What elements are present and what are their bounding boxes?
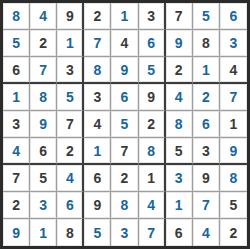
cell-r8c7[interactable]: 1 (166, 192, 193, 219)
cell-r2c2[interactable]: 2 (30, 30, 57, 57)
cell-r9c8[interactable]: 4 (193, 219, 220, 246)
cell-r2c3[interactable]: 1 (57, 30, 84, 57)
cell-r6c3[interactable]: 2 (57, 138, 84, 165)
cell-r3c8[interactable]: 1 (193, 57, 220, 84)
cell-r9c5[interactable]: 3 (111, 219, 138, 246)
cell-r4c1[interactable]: 1 (3, 84, 30, 111)
cell-r6c6[interactable]: 8 (139, 138, 166, 165)
cell-r7c2[interactable]: 5 (30, 165, 57, 192)
cell-r5c2[interactable]: 9 (30, 111, 57, 138)
cell-r3c2[interactable]: 7 (30, 57, 57, 84)
cell-r5c8[interactable]: 6 (193, 111, 220, 138)
cell-r5c6[interactable]: 2 (139, 111, 166, 138)
cell-r3c7[interactable]: 2 (166, 57, 193, 84)
cell-r4c5[interactable]: 6 (111, 84, 138, 111)
cell-r4c9[interactable]: 7 (220, 84, 247, 111)
cell-r6c2[interactable]: 6 (30, 138, 57, 165)
cell-r1c1[interactable]: 8 (3, 3, 30, 30)
cell-r8c3[interactable]: 6 (57, 192, 84, 219)
cell-r5c1[interactable]: 3 (3, 111, 30, 138)
cell-r7c7[interactable]: 3 (166, 165, 193, 192)
cell-r4c7[interactable]: 4 (166, 84, 193, 111)
cell-r5c4[interactable]: 4 (84, 111, 111, 138)
cell-r1c8[interactable]: 5 (193, 3, 220, 30)
cell-r1c2[interactable]: 4 (30, 3, 57, 30)
cell-r9c6[interactable]: 7 (139, 219, 166, 246)
cell-r7c1[interactable]: 7 (3, 165, 30, 192)
cell-r8c8[interactable]: 7 (193, 192, 220, 219)
cell-r6c1[interactable]: 4 (3, 138, 30, 165)
cell-r3c9[interactable]: 4 (220, 57, 247, 84)
cell-r9c7[interactable]: 6 (166, 219, 193, 246)
cell-r2c8[interactable]: 8 (193, 30, 220, 57)
cell-r8c6[interactable]: 4 (139, 192, 166, 219)
cell-r4c3[interactable]: 5 (57, 84, 84, 111)
cell-r1c7[interactable]: 7 (166, 3, 193, 30)
cell-r9c9[interactable]: 2 (220, 219, 247, 246)
cell-r8c1[interactable]: 2 (3, 192, 30, 219)
cell-r6c5[interactable]: 7 (111, 138, 138, 165)
sudoku-grid: 8492137565217469836738952141853694273974… (0, 0, 250, 249)
sudoku-page: 8492137565217469836738952141853694273974… (0, 0, 250, 249)
cell-r3c5[interactable]: 9 (111, 57, 138, 84)
cell-r6c9[interactable]: 9 (220, 138, 247, 165)
cell-r4c6[interactable]: 9 (139, 84, 166, 111)
cell-r3c1[interactable]: 6 (3, 57, 30, 84)
cell-r6c8[interactable]: 3 (193, 138, 220, 165)
cell-r3c3[interactable]: 3 (57, 57, 84, 84)
cell-r4c8[interactable]: 2 (193, 84, 220, 111)
cell-r8c5[interactable]: 8 (111, 192, 138, 219)
cell-r4c4[interactable]: 3 (84, 84, 111, 111)
cell-r6c4[interactable]: 1 (84, 138, 111, 165)
cell-r8c9[interactable]: 5 (220, 192, 247, 219)
cell-r7c9[interactable]: 8 (220, 165, 247, 192)
cell-r1c6[interactable]: 3 (139, 3, 166, 30)
cell-r2c7[interactable]: 9 (166, 30, 193, 57)
cell-r8c4[interactable]: 9 (84, 192, 111, 219)
cell-r5c3[interactable]: 7 (57, 111, 84, 138)
cell-r7c4[interactable]: 6 (84, 165, 111, 192)
cell-r3c6[interactable]: 5 (139, 57, 166, 84)
cell-r1c3[interactable]: 9 (57, 3, 84, 30)
cell-r2c5[interactable]: 4 (111, 30, 138, 57)
cell-r6c7[interactable]: 5 (166, 138, 193, 165)
cell-r4c2[interactable]: 8 (30, 84, 57, 111)
cell-r1c4[interactable]: 2 (84, 3, 111, 30)
cell-r5c5[interactable]: 5 (111, 111, 138, 138)
cell-r5c7[interactable]: 8 (166, 111, 193, 138)
cell-r1c5[interactable]: 1 (111, 3, 138, 30)
cell-r2c1[interactable]: 5 (3, 30, 30, 57)
cell-r5c9[interactable]: 1 (220, 111, 247, 138)
cell-r2c9[interactable]: 3 (220, 30, 247, 57)
cell-r9c3[interactable]: 8 (57, 219, 84, 246)
cell-r2c6[interactable]: 6 (139, 30, 166, 57)
cell-r9c4[interactable]: 5 (84, 219, 111, 246)
cell-r9c1[interactable]: 9 (3, 219, 30, 246)
cell-r2c4[interactable]: 7 (84, 30, 111, 57)
cell-r8c2[interactable]: 3 (30, 192, 57, 219)
cell-r7c8[interactable]: 9 (193, 165, 220, 192)
cell-r7c3[interactable]: 4 (57, 165, 84, 192)
cell-r7c5[interactable]: 2 (111, 165, 138, 192)
cell-r9c2[interactable]: 1 (30, 219, 57, 246)
cell-r7c6[interactable]: 1 (139, 165, 166, 192)
cell-r1c9[interactable]: 6 (220, 3, 247, 30)
cell-r3c4[interactable]: 8 (84, 57, 111, 84)
